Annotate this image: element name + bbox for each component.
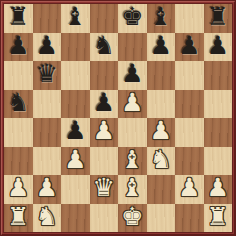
black-pawn: ♟: [121, 61, 143, 88]
black-knight: ♞: [93, 33, 115, 60]
square-f7[interactable]: ♟: [147, 33, 176, 62]
white-knight: ♞: [36, 204, 58, 231]
square-g8[interactable]: [175, 4, 204, 33]
square-h6[interactable]: [204, 61, 233, 90]
square-a7[interactable]: ♟: [4, 33, 33, 62]
white-rook: ♜: [7, 204, 29, 231]
white-knight: ♞: [150, 147, 172, 174]
square-c1[interactable]: [61, 204, 90, 233]
white-bishop: ♝: [121, 147, 143, 174]
square-g3[interactable]: [175, 147, 204, 176]
square-d7[interactable]: ♞: [90, 33, 119, 62]
square-b3[interactable]: [33, 147, 62, 176]
white-king: ♚: [121, 204, 143, 231]
square-d6[interactable]: [90, 61, 119, 90]
square-f8[interactable]: ♝: [147, 4, 176, 33]
white-pawn: ♟: [36, 175, 58, 202]
square-h5[interactable]: [204, 90, 233, 119]
white-pawn: ♟: [121, 90, 143, 117]
square-c6[interactable]: [61, 61, 90, 90]
black-pawn: ♟: [207, 33, 229, 60]
square-h8[interactable]: ♜: [204, 4, 233, 33]
square-h4[interactable]: [204, 118, 233, 147]
white-pawn: ♟: [93, 118, 115, 145]
black-pawn: ♟: [93, 90, 115, 117]
square-e4[interactable]: [118, 118, 147, 147]
square-c5[interactable]: [61, 90, 90, 119]
black-pawn: ♟: [178, 33, 200, 60]
square-a4[interactable]: [4, 118, 33, 147]
square-h3[interactable]: [204, 147, 233, 176]
black-pawn: ♟: [150, 33, 172, 60]
black-bishop: ♝: [150, 4, 172, 31]
white-rook: ♜: [207, 204, 229, 231]
square-b1[interactable]: ♞: [33, 204, 62, 233]
square-f2[interactable]: [147, 175, 176, 204]
square-f5[interactable]: [147, 90, 176, 119]
square-g6[interactable]: [175, 61, 204, 90]
square-h7[interactable]: ♟: [204, 33, 233, 62]
square-a3[interactable]: [4, 147, 33, 176]
white-queen: ♛: [93, 175, 115, 202]
square-g7[interactable]: ♟: [175, 33, 204, 62]
white-pawn: ♟: [64, 147, 86, 174]
black-pawn: ♟: [64, 118, 86, 145]
square-e6[interactable]: ♟: [118, 61, 147, 90]
square-f3[interactable]: ♞: [147, 147, 176, 176]
square-e7[interactable]: [118, 33, 147, 62]
square-a5[interactable]: ♞: [4, 90, 33, 119]
white-pawn: ♟: [150, 118, 172, 145]
square-g4[interactable]: [175, 118, 204, 147]
square-a2[interactable]: ♟: [4, 175, 33, 204]
square-a6[interactable]: [4, 61, 33, 90]
square-e3[interactable]: ♝: [118, 147, 147, 176]
square-a8[interactable]: ♜: [4, 4, 33, 33]
black-rook: ♜: [7, 4, 29, 31]
black-rook: ♜: [207, 4, 229, 31]
square-e5[interactable]: ♟: [118, 90, 147, 119]
white-pawn: ♟: [207, 175, 229, 202]
square-d3[interactable]: [90, 147, 119, 176]
white-bishop: ♝: [121, 175, 143, 202]
square-b7[interactable]: ♟: [33, 33, 62, 62]
square-b2[interactable]: ♟: [33, 175, 62, 204]
square-f4[interactable]: ♟: [147, 118, 176, 147]
square-b8[interactable]: [33, 4, 62, 33]
square-f6[interactable]: [147, 61, 176, 90]
square-c4[interactable]: ♟: [61, 118, 90, 147]
square-d5[interactable]: ♟: [90, 90, 119, 119]
black-bishop: ♝: [64, 4, 86, 31]
square-f1[interactable]: [147, 204, 176, 233]
square-b4[interactable]: [33, 118, 62, 147]
black-knight: ♞: [7, 90, 29, 117]
square-b5[interactable]: [33, 90, 62, 119]
square-c2[interactable]: [61, 175, 90, 204]
square-d8[interactable]: [90, 4, 119, 33]
square-b6[interactable]: ♛: [33, 61, 62, 90]
square-g5[interactable]: [175, 90, 204, 119]
square-d1[interactable]: [90, 204, 119, 233]
square-c3[interactable]: ♟: [61, 147, 90, 176]
square-c8[interactable]: ♝: [61, 4, 90, 33]
square-e2[interactable]: ♝: [118, 175, 147, 204]
board-frame: ♜♝♚♝♜♟♟♞♟♟♟♛♟♞♟♟♟♟♟♟♝♞♟♟♛♝♟♟♜♞♚♜: [0, 0, 236, 236]
square-h2[interactable]: ♟: [204, 175, 233, 204]
square-g1[interactable]: [175, 204, 204, 233]
square-e1[interactable]: ♚: [118, 204, 147, 233]
white-pawn: ♟: [7, 175, 29, 202]
white-pawn: ♟: [178, 175, 200, 202]
square-g2[interactable]: ♟: [175, 175, 204, 204]
black-queen: ♛: [36, 61, 58, 88]
square-d2[interactable]: ♛: [90, 175, 119, 204]
square-a1[interactable]: ♜: [4, 204, 33, 233]
black-pawn: ♟: [7, 33, 29, 60]
black-pawn: ♟: [36, 33, 58, 60]
black-king: ♚: [121, 4, 143, 31]
square-h1[interactable]: ♜: [204, 204, 233, 233]
square-c7[interactable]: [61, 33, 90, 62]
square-e8[interactable]: ♚: [118, 4, 147, 33]
square-d4[interactable]: ♟: [90, 118, 119, 147]
chess-board: ♜♝♚♝♜♟♟♞♟♟♟♛♟♞♟♟♟♟♟♟♝♞♟♟♛♝♟♟♜♞♚♜: [4, 4, 232, 232]
